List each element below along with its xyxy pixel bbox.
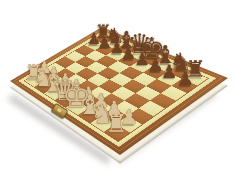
chess-set-photo: ♜♞♝♛♚♝♞♜♟♟♟♟♟♟♟♟♟♟♟♟♟♟♟♟♜♞♝♛♚♝♞♜ [0,0,235,176]
pieces-layer: ♜♞♝♛♚♝♞♜♟♟♟♟♟♟♟♟♟♟♟♟♟♟♟♟♜♞♝♛♚♝♞♜ [0,0,235,176]
black-pawn[interactable]: ♟ [177,69,194,88]
black-pawn[interactable]: ♟ [161,62,178,81]
white-rook[interactable]: ♜ [105,111,127,135]
